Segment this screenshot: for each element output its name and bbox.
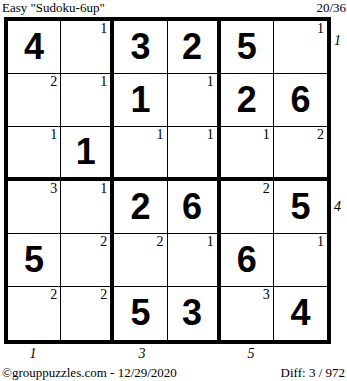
cell-r2c6[interactable]: 6 (274, 74, 327, 127)
cell-value: 5 (237, 29, 257, 65)
cell-r6c6[interactable]: 4 (274, 287, 327, 340)
col-label-5: 5 (224, 346, 278, 361)
cell-value: 5 (130, 295, 150, 331)
cell-r1c6[interactable]: 1 (274, 21, 327, 74)
cell-r4c4[interactable]: 6 (168, 181, 221, 234)
cell-r2c5[interactable]: 2 (221, 74, 274, 127)
col-label-3: 3 (115, 346, 169, 361)
clue-counter: 20/36 (316, 1, 346, 15)
corner-mark: 1 (207, 127, 214, 142)
cell-value: 6 (290, 82, 310, 118)
corner-mark: 1 (157, 127, 164, 142)
cell-r5c2[interactable]: 2 (61, 234, 114, 287)
row-label-4: 4 (334, 199, 341, 214)
corner-mark: 1 (263, 127, 270, 142)
cell-r3c3[interactable]: 1 (114, 127, 167, 180)
cell-value: 6 (182, 189, 202, 225)
cell-value: 2 (237, 82, 257, 118)
cell-r4c6[interactable]: 5 (274, 181, 327, 234)
cell-r6c3[interactable]: 5 (114, 287, 167, 340)
cell-r4c3[interactable]: 2 (114, 181, 167, 234)
corner-mark: 2 (100, 287, 107, 302)
puzzle-title: Easy "Sudoku-6up" (2, 1, 105, 15)
corner-mark: 2 (263, 181, 270, 196)
cell-value: 5 (24, 242, 44, 278)
cell-r1c5[interactable]: 5 (221, 21, 274, 74)
cell-r5c3[interactable]: 2 (114, 234, 167, 287)
footer: ©grouppuzzles.com - 12/29/2020 Diff: 3 /… (2, 365, 345, 380)
cell-r2c3[interactable]: 1 (114, 74, 167, 127)
copyright-date: ©grouppuzzles.com - 12/29/2020 (2, 366, 177, 380)
cell-r4c1[interactable]: 3 (8, 181, 61, 234)
corner-mark: 3 (263, 287, 270, 302)
cell-r2c2[interactable]: 1 (61, 74, 114, 127)
corner-mark: 1 (317, 234, 324, 249)
row-label-1: 1 (334, 33, 341, 48)
cell-r1c2[interactable]: 1 (61, 21, 114, 74)
corner-mark: 1 (100, 74, 107, 89)
cell-r6c1[interactable]: 2 (8, 287, 61, 340)
cell-value: 6 (237, 242, 257, 278)
cell-r5c1[interactable]: 5 (8, 234, 61, 287)
sudoku-grid: 413251211126111112312625522161225334 (4, 17, 331, 344)
cell-r5c5[interactable]: 6 (221, 234, 274, 287)
cell-value: 1 (76, 134, 96, 170)
corner-mark: 2 (157, 234, 164, 249)
corner-mark: 2 (100, 234, 107, 249)
corner-mark: 2 (317, 127, 324, 142)
cell-r1c1[interactable]: 4 (8, 21, 61, 74)
cell-value: 4 (290, 295, 310, 331)
cell-r2c1[interactable]: 2 (8, 74, 61, 127)
cell-r2c4[interactable]: 1 (168, 74, 221, 127)
cell-r5c4[interactable]: 1 (168, 234, 221, 287)
cell-r1c3[interactable]: 3 (114, 21, 167, 74)
corner-mark: 1 (207, 74, 214, 89)
cell-value: 2 (130, 189, 150, 225)
corner-mark: 1 (50, 127, 57, 142)
cell-r4c2[interactable]: 1 (61, 181, 114, 234)
cell-r1c4[interactable]: 2 (168, 21, 221, 74)
cell-r3c1[interactable]: 1 (8, 127, 61, 180)
corner-mark: 1 (207, 234, 214, 249)
difficulty: Diff: 3 / 972 (281, 366, 345, 380)
corner-mark: 1 (100, 181, 107, 196)
cell-r5c6[interactable]: 1 (274, 234, 327, 287)
cell-r6c4[interactable]: 3 (168, 287, 221, 340)
corner-mark: 2 (50, 287, 57, 302)
cell-r3c2[interactable]: 1 (61, 127, 114, 180)
header: Easy "Sudoku-6up" 20/36 (2, 1, 346, 16)
cell-r6c2[interactable]: 2 (61, 287, 114, 340)
cell-value: 3 (130, 29, 150, 65)
cell-value: 4 (24, 29, 44, 65)
cell-value: 2 (182, 29, 202, 65)
cell-r3c6[interactable]: 2 (274, 127, 327, 180)
cell-r3c4[interactable]: 1 (168, 127, 221, 180)
cell-value: 5 (290, 189, 310, 225)
cell-value: 1 (130, 82, 150, 118)
cell-r3c5[interactable]: 1 (221, 127, 274, 180)
corner-mark: 1 (100, 21, 107, 36)
cell-value: 3 (182, 295, 202, 331)
corner-mark: 1 (317, 21, 324, 36)
cell-r6c5[interactable]: 3 (221, 287, 274, 340)
col-label-1: 1 (6, 346, 60, 361)
corner-mark: 3 (50, 181, 57, 196)
cell-r4c5[interactable]: 2 (221, 181, 274, 234)
corner-mark: 2 (50, 74, 57, 89)
